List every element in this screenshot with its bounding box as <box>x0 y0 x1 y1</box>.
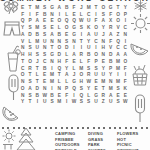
letter-cell-r15c9: S <box>78 99 85 106</box>
letter-cell-r5c14: Z <box>114 32 121 39</box>
watermelon-icon <box>2 101 22 121</box>
letter-cell-r9c7: F <box>63 59 70 66</box>
letter-cell-r1c14: T <box>114 5 121 12</box>
separator-dot <box>66 127 68 129</box>
separator-dot <box>125 127 127 129</box>
separator-dot <box>71 127 73 129</box>
letter-cell-r12c5: M <box>48 79 55 86</box>
letter-cell-r4c6: L <box>56 25 63 32</box>
letter-cell-r5c4: S <box>41 32 48 39</box>
letter-cell-r5c6: B <box>56 32 63 39</box>
popsicle-icon <box>6 74 21 101</box>
word-item: FLOWERS <box>117 131 139 137</box>
letter-cell-r5c11: U <box>92 32 99 39</box>
letter-cell-r1c13: G <box>107 5 114 12</box>
letter-cell-r12c9: H <box>78 79 85 86</box>
letter-cell-r9c11: P <box>92 59 99 66</box>
letter-cell-r5c10: A <box>85 32 92 39</box>
word-list-column-1: CAMPINGFRISBEEOUTDOORSPOPSICLE <box>55 131 80 150</box>
separator-dot <box>141 127 143 129</box>
letter-cell-r13c15: K <box>122 86 129 93</box>
word-item: POPSICLE <box>55 148 80 150</box>
letter-cell-r1c11: T <box>92 5 99 12</box>
word-search-page: { "game": "word-search", "theme": "summe… <box>0 0 150 150</box>
word-list-column-2: DIVINGGRASSPARKSHORTS <box>88 131 106 150</box>
letter-cell-r8c8: A <box>70 52 77 59</box>
letter-cell-r8c14: A <box>114 52 121 59</box>
letter-cell-r4c5: E <box>48 25 55 32</box>
letter-cell-r12c3: T <box>34 79 41 86</box>
popsicle-icon-right <box>133 94 147 124</box>
letter-cell-r12c6: L <box>56 79 63 86</box>
letter-cell-r4c10: K <box>85 25 92 32</box>
separator-dot <box>82 127 84 129</box>
letter-cell-r5c3: B <box>34 32 41 39</box>
letter-cell-r4c12: Y <box>100 25 107 32</box>
letter-cell-r12c12: M <box>100 79 107 86</box>
letter-cell-r9c13: B <box>107 59 114 66</box>
swim-shorts-icon <box>3 20 21 38</box>
letter-cell-r13c9: S <box>78 86 85 93</box>
page-title: SUMMER WORD SEARCH <box>0 0 150 3</box>
letter-cell-r12c14: M <box>114 79 121 86</box>
letter-cell-r8c5: G <box>48 52 55 59</box>
separator-dot <box>103 127 105 129</box>
letter-cell-r15c10: S <box>85 99 92 106</box>
letter-cell-r9c12: E <box>100 59 107 66</box>
letter-cell-r13c8: Q <box>70 86 77 93</box>
separator-dot <box>109 127 111 129</box>
letter-cell-r9c5: N <box>48 59 55 66</box>
letter-cell-r5c13: A <box>107 32 114 39</box>
letter-cell-r9c15: O <box>122 59 129 66</box>
letter-cell-r15c8: W <box>70 99 77 106</box>
letter-cell-r15c14: S <box>114 99 121 106</box>
letter-cell-r12c2: S <box>26 79 33 86</box>
letter-cell-r8c11: O <box>92 52 99 59</box>
letter-cell-r1c3: M <box>34 5 41 12</box>
letter-cell-r12c4: E <box>41 79 48 86</box>
letter-cell-r8c3: S <box>34 52 41 59</box>
letter-cell-r13c6: N <box>56 86 63 93</box>
letter-cell-r13c7: P <box>63 86 70 93</box>
letter-cell-r4c15: C <box>122 25 129 32</box>
letter-cell-r13c2: A <box>26 86 33 93</box>
letter-cell-r9c3: J <box>34 59 41 66</box>
watermelon-slice-icon <box>129 41 150 59</box>
letter-cell-r1c5: G <box>48 5 55 12</box>
letter-cell-r8c15: A <box>122 52 129 59</box>
separator-dot <box>87 127 89 129</box>
separator-dot <box>77 127 79 129</box>
letter-cell-r5c15: N <box>122 32 129 39</box>
letter-cell-r5c12: J <box>100 32 107 39</box>
letter-cell-r12c10: W <box>85 79 92 86</box>
letter-cell-r13c12: T <box>100 86 107 93</box>
word-item: SHORTS <box>88 148 106 150</box>
letter-cell-r15c2: T <box>26 99 33 106</box>
letter-cell-r4c4: S <box>41 25 48 32</box>
letter-cell-r9c2: O <box>26 59 33 66</box>
letter-cell-r13c5: I <box>48 86 55 93</box>
letter-cell-r13c14: S <box>114 86 121 93</box>
letter-cell-r15c13: U <box>107 99 114 106</box>
tent-icon <box>15 127 37 150</box>
letter-cell-r1c12: O <box>100 5 107 12</box>
letter-cell-r1c4: S <box>41 5 48 12</box>
letter-cell-r4c9: S <box>78 25 85 32</box>
separator-dot <box>98 127 100 129</box>
letter-cell-r8c2: H <box>26 52 33 59</box>
letter-cell-r5c5: A <box>48 32 55 39</box>
letter-cell-r4c8: G <box>70 25 77 32</box>
letter-cell-r15c4: U <box>41 99 48 106</box>
letter-cell-r15c15: W <box>122 99 129 106</box>
picnic-basket-icon <box>129 64 150 87</box>
separator-dot <box>146 127 148 129</box>
picnic-table-icon <box>2 143 14 150</box>
letter-cell-r13c4: N <box>41 86 48 93</box>
separator-dot <box>93 127 95 129</box>
separator-dot <box>45 127 47 129</box>
snowflake-icon <box>133 0 148 12</box>
separator-dot <box>39 127 41 129</box>
sun-icon-bottom <box>2 129 16 143</box>
drink-glass-icon <box>5 45 21 73</box>
word-list-column-3: FLOWERSHOTPICNICSWIMSUIT <box>117 131 139 150</box>
letter-cell-r12c7: L <box>63 79 70 86</box>
separator-dot <box>130 127 132 129</box>
letter-cell-r8c9: R <box>78 52 85 59</box>
letter-cell-r12c13: N <box>107 79 114 86</box>
letter-cell-r9c9: L <box>78 59 85 66</box>
letter-cell-r9c14: M <box>114 59 121 66</box>
letter-cell-r8c13: D <box>107 52 114 59</box>
letter-cell-r9c8: E <box>70 59 77 66</box>
letter-cell-r1c2: T <box>26 5 33 12</box>
letter-cell-r8c10: B <box>85 52 92 59</box>
letter-cell-r13c13: M <box>107 86 114 93</box>
letter-cell-r9c10: F <box>85 59 92 66</box>
letter-cell-r5c2: D <box>26 32 33 39</box>
letter-cell-r13c11: E <box>92 86 99 93</box>
letter-cell-r4c11: O <box>92 25 99 32</box>
letter-cell-r8c6: D <box>56 52 63 59</box>
letter-cell-r1c15: Y <box>122 5 129 12</box>
letter-cell-r4c13: R <box>107 25 114 32</box>
letter-cell-r5c8: G <box>70 32 77 39</box>
letter-cell-r12c15: F <box>122 79 129 86</box>
letter-cell-r15c12: Z <box>100 99 107 106</box>
letter-cell-r5c9: I <box>78 32 85 39</box>
letter-cell-r13c10: Y <box>85 86 92 93</box>
letter-cell-r15c5: S <box>48 99 55 106</box>
letter-cell-r12c11: E <box>92 79 99 86</box>
letter-cell-r4c14: V <box>114 25 121 32</box>
separator-dot <box>50 127 52 129</box>
separator-dot <box>135 127 137 129</box>
letter-cell-r8c12: N <box>100 52 107 59</box>
sun-icon <box>130 13 150 34</box>
letter-cell-r15c3: I <box>34 99 41 106</box>
separator-dot <box>61 127 63 129</box>
letter-cell-r4c3: M <box>34 25 41 32</box>
word-item: SWIMSUIT <box>117 148 139 150</box>
separator-dot <box>119 127 121 129</box>
letter-cell-r8c7: L <box>63 52 70 59</box>
letter-cell-r15c11: U <box>92 99 99 106</box>
letter-cell-r15c7: I <box>63 99 70 106</box>
letter-cell-r1c6: A <box>56 5 63 12</box>
letter-cell-r13c3: D <box>34 86 41 93</box>
letter-cell-r5c7: E <box>63 32 70 39</box>
letter-cell-r4c7: O <box>63 25 70 32</box>
letter-cell-r8c4: S <box>41 52 48 59</box>
letter-cell-r4c2: S <box>26 25 33 32</box>
letter-cell-r1c8: F <box>70 5 77 12</box>
letter-cell-r12c8: G <box>70 79 77 86</box>
letter-cell-r15c6: M <box>56 99 63 106</box>
separator-dot <box>55 127 57 129</box>
word-search-grid: ETMSGABFJMTOGTYFIFBNILELCISFOPQPAEEOQQWU… <box>19 5 129 106</box>
letter-cell-r1c9: J <box>78 5 85 12</box>
letter-cell-r1c7: B <box>63 5 70 12</box>
letter-cell-r9c4: C <box>41 59 48 66</box>
letter-cell-r9c6: H <box>56 59 63 66</box>
flower-icon <box>1 0 21 15</box>
separator-dot <box>114 127 116 129</box>
letter-cell-r1c10: M <box>85 5 92 12</box>
